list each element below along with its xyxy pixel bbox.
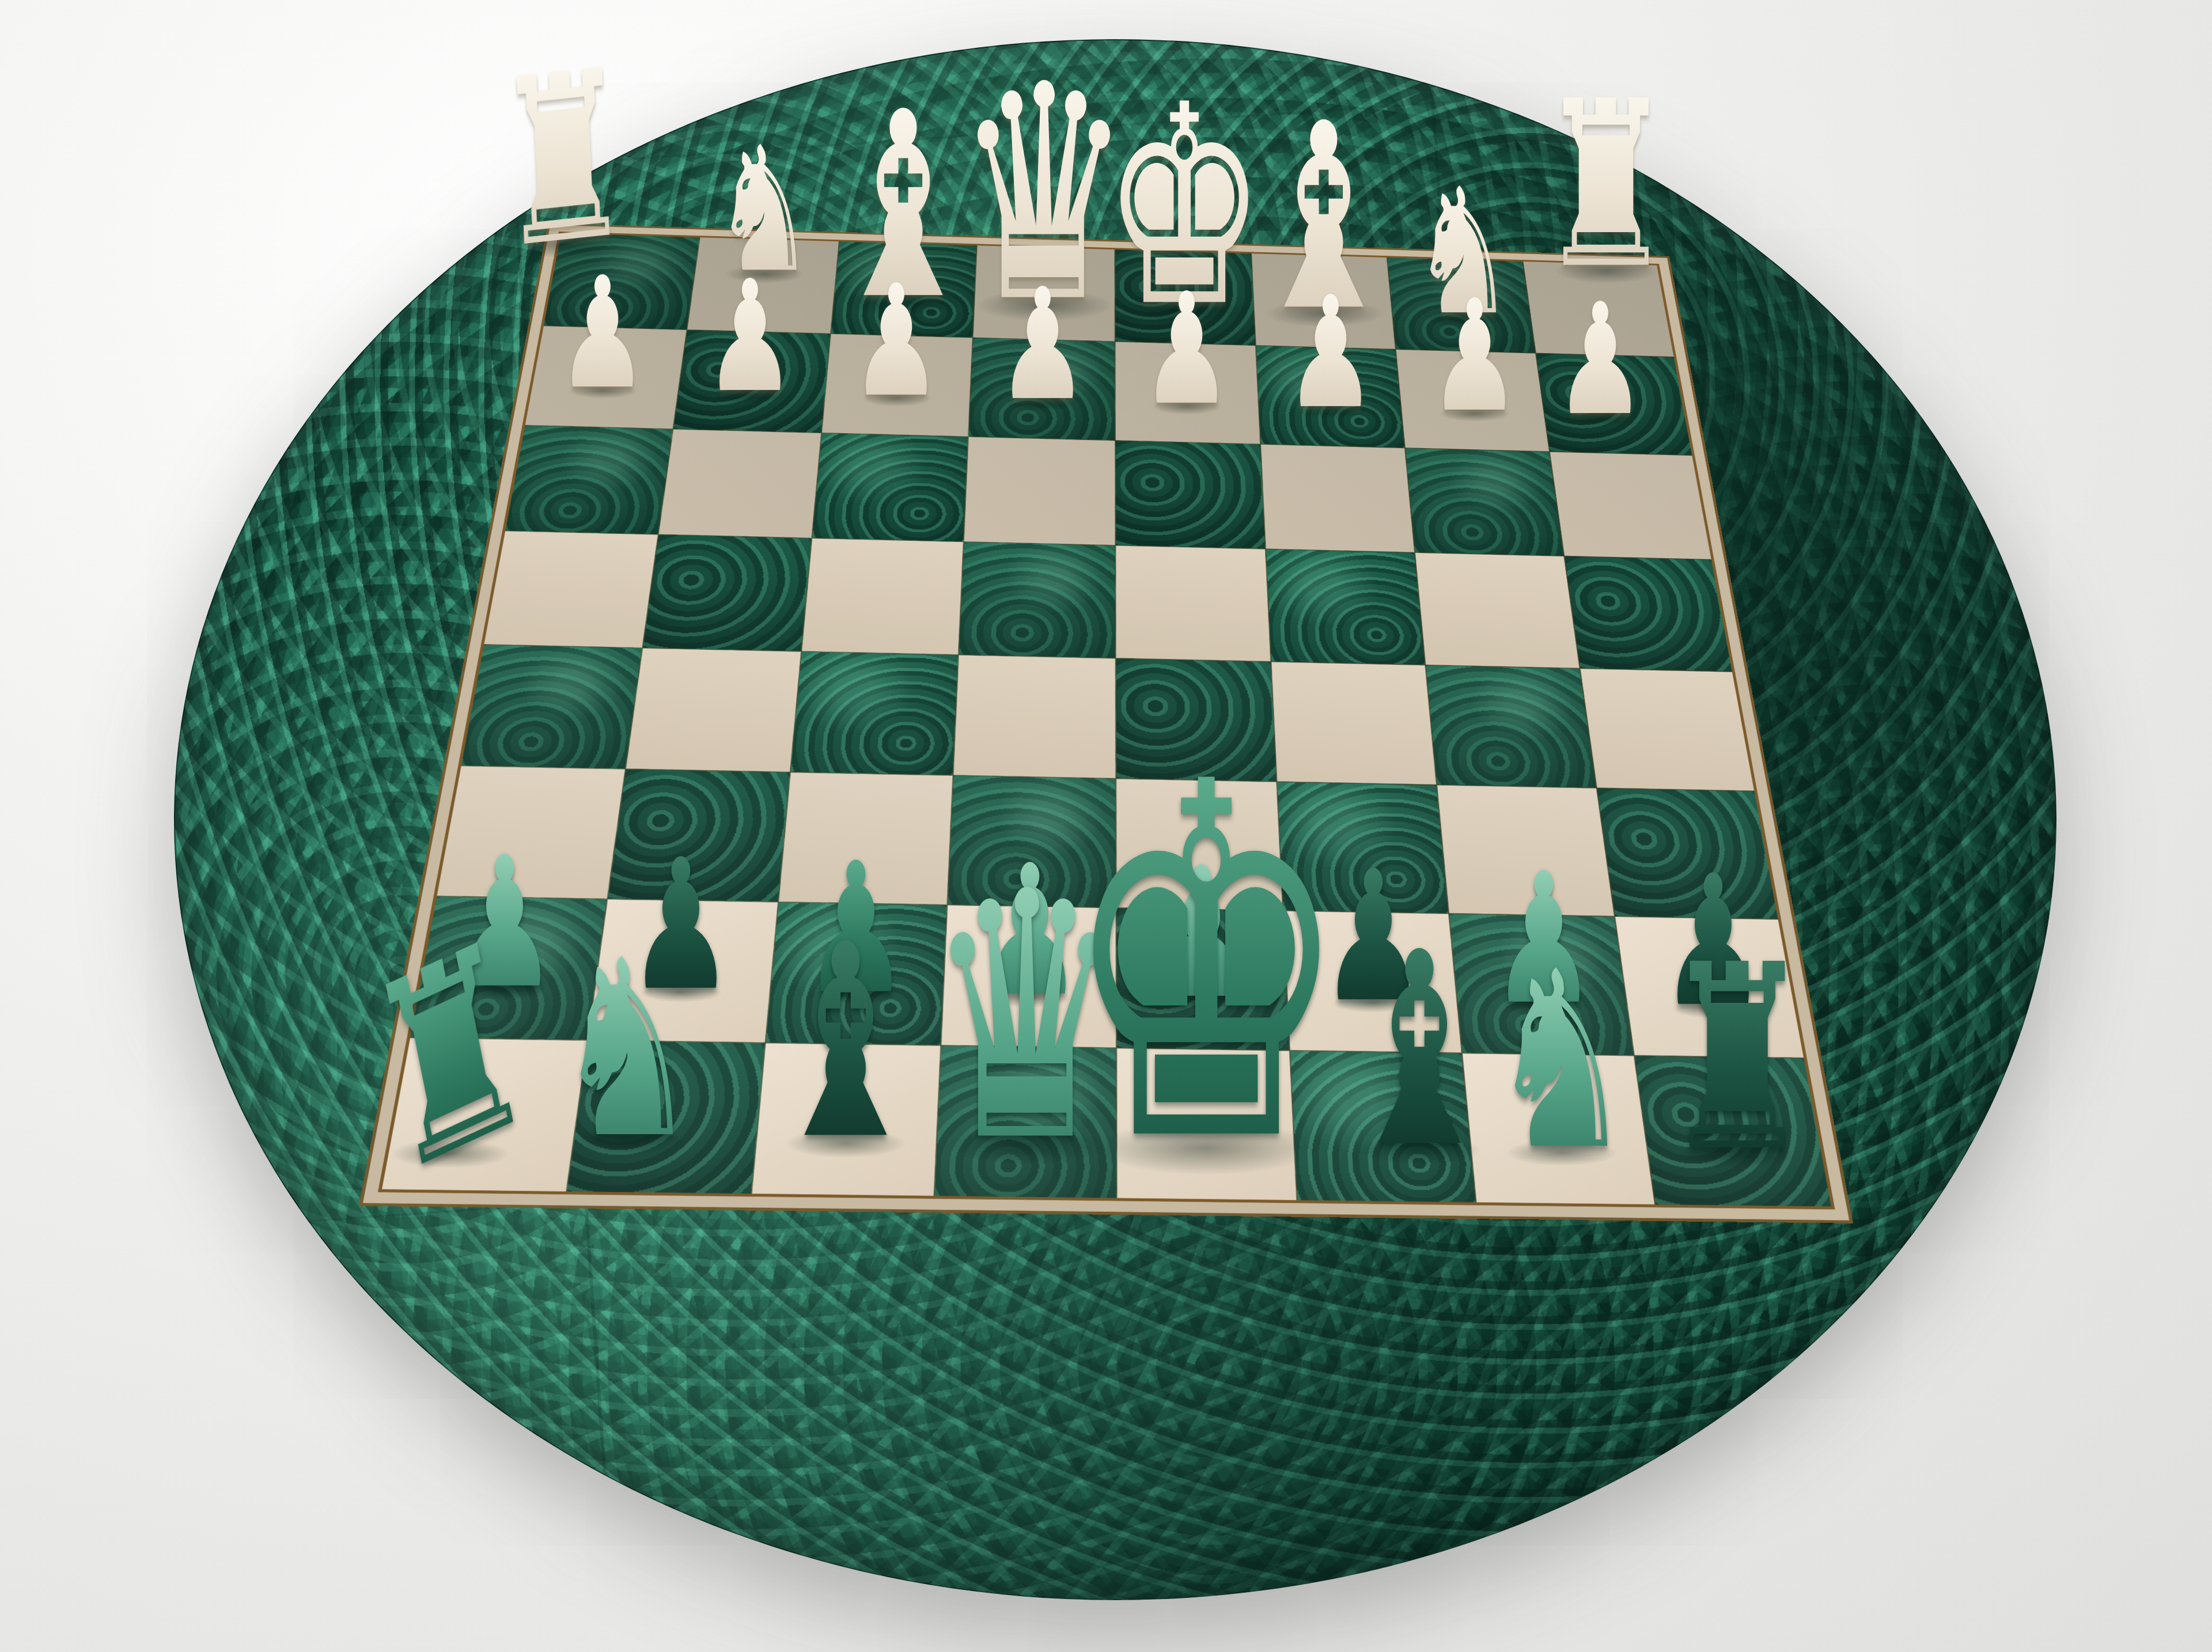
square-h5[interactable] [461,645,642,768]
piece-white-rook-a1[interactable]: ♜ [1539,71,1675,301]
piece-green-rook-a8[interactable]: ♜ [1662,932,1813,1188]
piece-green-king-d8[interactable]: ♚ [1061,720,1350,1208]
square-g4[interactable] [643,535,811,651]
square-g3[interactable] [659,429,821,538]
piece-green-knight-b8[interactable]: ♞ [1489,939,1634,1184]
square-b4[interactable] [1415,553,1579,668]
piece-white-pawn-h2[interactable]: ♟ [558,257,649,411]
square-f5[interactable] [790,651,958,775]
square-c4[interactable] [1266,550,1425,664]
square-b3[interactable] [1406,448,1563,556]
piece-white-pawn-d2[interactable]: ♟ [1142,273,1233,427]
piece-white-pawn-f2[interactable]: ♟ [851,266,942,419]
square-h4[interactable] [484,531,658,647]
square-e3[interactable] [964,437,1115,545]
square-d3[interactable] [1115,441,1265,549]
piece-green-bishop-c8[interactable]: ♝ [1341,918,1499,1185]
square-f3[interactable] [812,433,968,541]
square-a5[interactable] [1580,668,1754,790]
piece-white-pawn-b2[interactable]: ♟ [1429,281,1520,434]
square-e4[interactable] [959,542,1115,657]
square-d4[interactable] [1115,546,1270,661]
piece-green-knight-g8[interactable]: ♞ [555,928,699,1172]
square-a3[interactable] [1550,452,1711,559]
piece-white-pawn-g2[interactable]: ♟ [704,262,796,415]
square-f4[interactable] [802,539,963,654]
piece-white-pawn-a2[interactable]: ♟ [1554,284,1645,438]
piece-white-pawn-e2[interactable]: ♟ [997,269,1088,423]
square-c3[interactable] [1261,444,1415,552]
square-b5[interactable] [1426,665,1596,788]
square-a4[interactable] [1565,556,1732,671]
square-h3[interactable] [505,426,673,535]
piece-white-pawn-c2[interactable]: ♟ [1286,277,1377,431]
piece-green-bishop-f8[interactable]: ♝ [767,911,925,1177]
photo-stage: ♜♞♝♛♚♝♞♜♟♟♟♟♟♟♟♟♟♟♟♟♟♟♟♟♜♞♝♛♚♝♞♜ [0,0,2212,1652]
square-g5[interactable] [627,648,801,772]
